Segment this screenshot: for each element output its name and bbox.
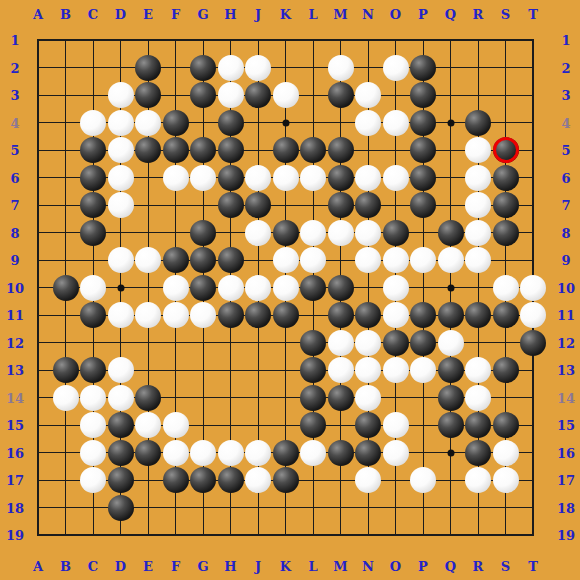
row-label-left: 4 — [10, 116, 19, 129]
white-stone-L8[interactable] — [300, 220, 326, 246]
black-stone-D18[interactable] — [108, 495, 134, 521]
row-label-left: 5 — [10, 144, 19, 157]
black-stone-C13[interactable] — [80, 357, 106, 383]
black-stone-G2[interactable] — [190, 55, 216, 81]
black-stone-M10[interactable] — [328, 275, 354, 301]
row-label-left: 11 — [6, 309, 24, 322]
row-label-right: 13 — [557, 364, 575, 377]
white-stone-D13[interactable] — [108, 357, 134, 383]
column-label-bottom: P — [418, 560, 428, 573]
black-stone-K5[interactable] — [273, 137, 299, 163]
column-label-top: F — [171, 8, 180, 21]
column-label-top: K — [280, 8, 291, 21]
black-stone-L13[interactable] — [300, 357, 326, 383]
white-stone-G6[interactable] — [190, 165, 216, 191]
black-stone-O8[interactable] — [383, 220, 409, 246]
column-label-bottom: S — [501, 560, 510, 573]
white-stone-O2[interactable] — [383, 55, 409, 81]
white-stone-D4[interactable] — [108, 110, 134, 136]
black-stone-E14[interactable] — [135, 385, 161, 411]
black-stone-D15[interactable] — [108, 412, 134, 438]
column-label-bottom: C — [88, 560, 98, 573]
white-stone-M12[interactable] — [328, 330, 354, 356]
white-stone-N17[interactable] — [355, 467, 381, 493]
black-stone-H4[interactable] — [218, 110, 244, 136]
black-stone-F4[interactable] — [163, 110, 189, 136]
black-stone-C8[interactable] — [80, 220, 106, 246]
black-stone-R11[interactable] — [465, 302, 491, 328]
black-stone-R15[interactable] — [465, 412, 491, 438]
black-stone-J11[interactable] — [245, 302, 271, 328]
white-stone-H2[interactable] — [218, 55, 244, 81]
black-stone-H17[interactable] — [218, 467, 244, 493]
column-label-top: H — [224, 8, 236, 21]
row-label-right: 1 — [561, 34, 570, 47]
white-stone-H10[interactable] — [218, 275, 244, 301]
black-stone-S6[interactable] — [493, 165, 519, 191]
star-point — [447, 284, 454, 291]
black-stone-N7[interactable] — [355, 192, 381, 218]
white-stone-E4[interactable] — [135, 110, 161, 136]
white-stone-R8[interactable] — [465, 220, 491, 246]
row-label-left: 19 — [6, 529, 24, 542]
white-stone-H3[interactable] — [218, 82, 244, 108]
black-stone-L10[interactable] — [300, 275, 326, 301]
black-stone-R16[interactable] — [465, 440, 491, 466]
column-label-top: B — [60, 8, 71, 21]
star-point — [282, 119, 289, 126]
row-label-right: 14 — [557, 391, 575, 404]
white-stone-N9[interactable] — [355, 247, 381, 273]
column-label-top: N — [362, 8, 374, 21]
white-stone-Q12[interactable] — [438, 330, 464, 356]
white-stone-P17[interactable] — [410, 467, 436, 493]
white-stone-T10[interactable] — [520, 275, 546, 301]
black-stone-N11[interactable] — [355, 302, 381, 328]
black-stone-G5[interactable] — [190, 137, 216, 163]
white-stone-B14[interactable] — [53, 385, 79, 411]
white-stone-C15[interactable] — [80, 412, 106, 438]
column-label-bottom: M — [333, 560, 347, 573]
white-stone-L9[interactable] — [300, 247, 326, 273]
white-stone-G16[interactable] — [190, 440, 216, 466]
column-label-bottom: F — [171, 560, 180, 573]
black-stone-M3[interactable] — [328, 82, 354, 108]
white-stone-N6[interactable] — [355, 165, 381, 191]
row-label-left: 13 — [6, 364, 24, 377]
black-stone-C6[interactable] — [80, 165, 106, 191]
black-stone-G8[interactable] — [190, 220, 216, 246]
black-stone-P4[interactable] — [410, 110, 436, 136]
white-stone-S10[interactable] — [493, 275, 519, 301]
row-label-left: 12 — [6, 336, 24, 349]
row-label-left: 7 — [10, 199, 19, 212]
last-move-marker — [493, 137, 519, 163]
column-label-bottom: Q — [445, 560, 456, 573]
black-stone-P3[interactable] — [410, 82, 436, 108]
row-label-left: 18 — [6, 501, 24, 514]
column-label-top: G — [197, 8, 208, 21]
white-stone-D5[interactable] — [108, 137, 134, 163]
white-stone-D3[interactable] — [108, 82, 134, 108]
black-stone-L15[interactable] — [300, 412, 326, 438]
black-stone-Q8[interactable] — [438, 220, 464, 246]
white-stone-K3[interactable] — [273, 82, 299, 108]
star-point — [117, 284, 124, 291]
black-stone-F17[interactable] — [163, 467, 189, 493]
black-stone-C7[interactable] — [80, 192, 106, 218]
black-stone-Q13[interactable] — [438, 357, 464, 383]
black-stone-B10[interactable] — [53, 275, 79, 301]
black-stone-L12[interactable] — [300, 330, 326, 356]
black-stone-Q14[interactable] — [438, 385, 464, 411]
black-stone-P12[interactable] — [410, 330, 436, 356]
white-stone-S16[interactable] — [493, 440, 519, 466]
black-stone-Q15[interactable] — [438, 412, 464, 438]
white-stone-K6[interactable] — [273, 165, 299, 191]
black-stone-K17[interactable] — [273, 467, 299, 493]
black-stone-J3[interactable] — [245, 82, 271, 108]
column-label-top: E — [143, 8, 153, 21]
black-stone-H7[interactable] — [218, 192, 244, 218]
black-stone-K16[interactable] — [273, 440, 299, 466]
column-label-bottom: D — [115, 560, 126, 573]
white-stone-F16[interactable] — [163, 440, 189, 466]
column-label-bottom: H — [224, 560, 236, 573]
row-label-left: 8 — [10, 226, 19, 239]
white-stone-P13[interactable] — [410, 357, 436, 383]
row-label-left: 3 — [10, 89, 19, 102]
white-stone-E9[interactable] — [135, 247, 161, 273]
row-label-left: 17 — [6, 474, 24, 487]
column-label-bottom: E — [143, 560, 153, 573]
black-stone-G9[interactable] — [190, 247, 216, 273]
white-stone-C14[interactable] — [80, 385, 106, 411]
white-stone-J6[interactable] — [245, 165, 271, 191]
white-stone-M2[interactable] — [328, 55, 354, 81]
black-stone-H6[interactable] — [218, 165, 244, 191]
column-label-top: T — [528, 8, 538, 21]
row-label-right: 2 — [561, 61, 570, 74]
white-stone-O9[interactable] — [383, 247, 409, 273]
white-stone-G11[interactable] — [190, 302, 216, 328]
row-label-left: 1 — [10, 34, 19, 47]
white-stone-J8[interactable] — [245, 220, 271, 246]
white-stone-E11[interactable] — [135, 302, 161, 328]
white-stone-O13[interactable] — [383, 357, 409, 383]
white-stone-D6[interactable] — [108, 165, 134, 191]
white-stone-Q9[interactable] — [438, 247, 464, 273]
column-label-bottom: A — [33, 560, 43, 573]
white-stone-N14[interactable] — [355, 385, 381, 411]
row-label-right: 8 — [561, 226, 570, 239]
row-label-right: 9 — [561, 254, 570, 267]
black-stone-S11[interactable] — [493, 302, 519, 328]
column-label-top: M — [333, 8, 347, 21]
white-stone-J17[interactable] — [245, 467, 271, 493]
column-label-bottom: L — [308, 560, 317, 573]
white-stone-D14[interactable] — [108, 385, 134, 411]
black-stone-R4[interactable] — [465, 110, 491, 136]
black-stone-E5[interactable] — [135, 137, 161, 163]
black-stone-K11[interactable] — [273, 302, 299, 328]
black-stone-G3[interactable] — [190, 82, 216, 108]
black-stone-S13[interactable] — [493, 357, 519, 383]
row-label-left: 10 — [6, 281, 24, 294]
column-label-bottom: O — [390, 560, 401, 573]
goban-screen: AABBCCDDEEFFGGHHJJKKLLMMNNOOPPQQRRSSTT11… — [0, 0, 580, 580]
white-stone-O11[interactable] — [383, 302, 409, 328]
white-stone-C4[interactable] — [80, 110, 106, 136]
row-label-left: 9 — [10, 254, 19, 267]
white-stone-N8[interactable] — [355, 220, 381, 246]
white-stone-F15[interactable] — [163, 412, 189, 438]
black-stone-P11[interactable] — [410, 302, 436, 328]
black-stone-M14[interactable] — [328, 385, 354, 411]
white-stone-R14[interactable] — [465, 385, 491, 411]
black-stone-S7[interactable] — [493, 192, 519, 218]
black-stone-M16[interactable] — [328, 440, 354, 466]
column-label-bottom: J — [255, 560, 261, 573]
column-label-bottom: T — [528, 560, 538, 573]
column-label-top: L — [308, 8, 317, 21]
black-stone-P5[interactable] — [410, 137, 436, 163]
black-stone-P2[interactable] — [410, 55, 436, 81]
row-label-right: 4 — [561, 116, 570, 129]
column-label-bottom: B — [60, 560, 71, 573]
black-stone-N15[interactable] — [355, 412, 381, 438]
row-label-right: 5 — [561, 144, 570, 157]
black-stone-S15[interactable] — [493, 412, 519, 438]
row-label-right: 12 — [557, 336, 575, 349]
grid-line-horizontal — [37, 534, 534, 536]
black-stone-G17[interactable] — [190, 467, 216, 493]
white-stone-J10[interactable] — [245, 275, 271, 301]
white-stone-D11[interactable] — [108, 302, 134, 328]
white-stone-R7[interactable] — [465, 192, 491, 218]
white-stone-F11[interactable] — [163, 302, 189, 328]
column-label-top: J — [255, 8, 261, 21]
black-stone-B13[interactable] — [53, 357, 79, 383]
black-stone-F5[interactable] — [163, 137, 189, 163]
black-stone-K8[interactable] — [273, 220, 299, 246]
black-stone-L14[interactable] — [300, 385, 326, 411]
white-stone-M13[interactable] — [328, 357, 354, 383]
star-point — [447, 119, 454, 126]
column-label-top: C — [88, 8, 98, 21]
white-stone-P9[interactable] — [410, 247, 436, 273]
black-stone-Q11[interactable] — [438, 302, 464, 328]
star-point — [447, 449, 454, 456]
black-stone-M11[interactable] — [328, 302, 354, 328]
column-label-top: S — [501, 8, 510, 21]
white-stone-R6[interactable] — [465, 165, 491, 191]
white-stone-F6[interactable] — [163, 165, 189, 191]
white-stone-T11[interactable] — [520, 302, 546, 328]
column-label-bottom: N — [362, 560, 374, 573]
row-label-right: 6 — [561, 171, 570, 184]
white-stone-R17[interactable] — [465, 467, 491, 493]
white-stone-C10[interactable] — [80, 275, 106, 301]
black-stone-J7[interactable] — [245, 192, 271, 218]
white-stone-D9[interactable] — [108, 247, 134, 273]
row-label-right: 17 — [557, 474, 575, 487]
white-stone-R5[interactable] — [465, 137, 491, 163]
black-stone-H11[interactable] — [218, 302, 244, 328]
white-stone-F10[interactable] — [163, 275, 189, 301]
white-stone-L6[interactable] — [300, 165, 326, 191]
black-stone-H9[interactable] — [218, 247, 244, 273]
row-label-right: 19 — [557, 529, 575, 542]
white-stone-H16[interactable] — [218, 440, 244, 466]
black-stone-D16[interactable] — [108, 440, 134, 466]
black-stone-G10[interactable] — [190, 275, 216, 301]
row-label-right: 18 — [557, 501, 575, 514]
black-stone-T12[interactable] — [520, 330, 546, 356]
white-stone-R9[interactable] — [465, 247, 491, 273]
white-stone-O16[interactable] — [383, 440, 409, 466]
white-stone-R13[interactable] — [465, 357, 491, 383]
row-label-left: 16 — [6, 446, 24, 459]
black-stone-L5[interactable] — [300, 137, 326, 163]
column-label-top: Q — [445, 8, 456, 21]
black-stone-C5[interactable] — [80, 137, 106, 163]
row-label-left: 2 — [10, 61, 19, 74]
white-stone-K9[interactable] — [273, 247, 299, 273]
black-stone-C11[interactable] — [80, 302, 106, 328]
white-stone-O4[interactable] — [383, 110, 409, 136]
column-label-bottom: K — [280, 560, 291, 573]
row-label-right: 3 — [561, 89, 570, 102]
white-stone-S17[interactable] — [493, 467, 519, 493]
white-stone-N12[interactable] — [355, 330, 381, 356]
black-stone-S8[interactable] — [493, 220, 519, 246]
white-stone-O15[interactable] — [383, 412, 409, 438]
white-stone-N3[interactable] — [355, 82, 381, 108]
white-stone-O10[interactable] — [383, 275, 409, 301]
column-label-bottom: R — [473, 560, 484, 573]
black-stone-M6[interactable] — [328, 165, 354, 191]
row-label-right: 15 — [557, 419, 575, 432]
white-stone-E15[interactable] — [135, 412, 161, 438]
row-label-right: 16 — [557, 446, 575, 459]
white-stone-K10[interactable] — [273, 275, 299, 301]
column-label-top: R — [473, 8, 484, 21]
column-label-top: A — [33, 8, 43, 21]
black-stone-F9[interactable] — [163, 247, 189, 273]
row-label-left: 14 — [6, 391, 24, 404]
white-stone-O6[interactable] — [383, 165, 409, 191]
white-stone-J2[interactable] — [245, 55, 271, 81]
column-label-top: O — [390, 8, 401, 21]
black-stone-D17[interactable] — [108, 467, 134, 493]
black-stone-E16[interactable] — [135, 440, 161, 466]
column-label-bottom: G — [197, 560, 208, 573]
white-stone-N4[interactable] — [355, 110, 381, 136]
row-label-right: 7 — [561, 199, 570, 212]
white-stone-M8[interactable] — [328, 220, 354, 246]
black-stone-M7[interactable] — [328, 192, 354, 218]
white-stone-C16[interactable] — [80, 440, 106, 466]
row-label-left: 6 — [10, 171, 19, 184]
black-stone-N16[interactable] — [355, 440, 381, 466]
white-stone-L16[interactable] — [300, 440, 326, 466]
row-label-right: 10 — [557, 281, 575, 294]
white-stone-N13[interactable] — [355, 357, 381, 383]
black-stone-P6[interactable] — [410, 165, 436, 191]
black-stone-E3[interactable] — [135, 82, 161, 108]
black-stone-P7[interactable] — [410, 192, 436, 218]
black-stone-E2[interactable] — [135, 55, 161, 81]
white-stone-D7[interactable] — [108, 192, 134, 218]
black-stone-M5[interactable] — [328, 137, 354, 163]
white-stone-J16[interactable] — [245, 440, 271, 466]
column-label-top: P — [418, 8, 428, 21]
black-stone-H5[interactable] — [218, 137, 244, 163]
row-label-right: 11 — [557, 309, 575, 322]
white-stone-C17[interactable] — [80, 467, 106, 493]
row-label-left: 15 — [6, 419, 24, 432]
black-stone-O12[interactable] — [383, 330, 409, 356]
column-label-top: D — [115, 8, 126, 21]
